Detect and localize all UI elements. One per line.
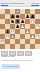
chess-board[interactable]: ♛♟♚♟♟♞♜♟♞♟♟♟♝♟♟♟♝♟♟♚ [0, 9, 40, 49]
nav-center-text: Tactics Board [9, 2, 30, 5]
move-chip[interactable] [25, 51, 32, 56]
sign-in-link[interactable]: Sign in [31, 2, 39, 5]
page: Chess Tactics Board Sign in ♛♟♚♟♟♞♜♟♞♟♟♟… [0, 0, 40, 72]
puzzle-subline: Find the best move for White. [1, 59, 34, 62]
solution-button[interactable]: View solution [1, 64, 20, 69]
top-nav-bar: Chess Tactics Board Sign in [0, 0, 40, 7]
square-h1[interactable] [35, 44, 40, 49]
move-chip[interactable] [17, 51, 24, 56]
nav-left-link[interactable]: Chess [1, 2, 8, 5]
turn-caption: White to play [1, 55, 15, 58]
